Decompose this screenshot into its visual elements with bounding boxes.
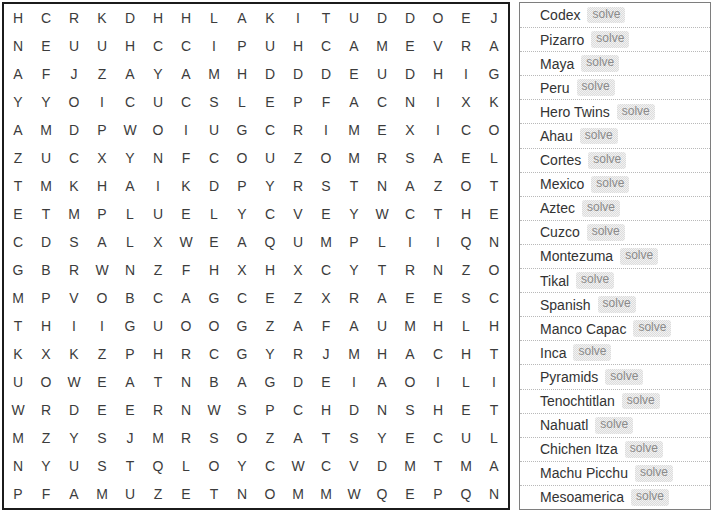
grid-cell[interactable]: H (172, 4, 200, 32)
grid-cell[interactable]: N (480, 228, 508, 256)
grid-cell[interactable]: U (368, 312, 396, 340)
grid-cell[interactable]: Z (256, 312, 284, 340)
grid-cell[interactable]: L (116, 200, 144, 228)
grid-cell[interactable]: A (284, 424, 312, 452)
grid-cell[interactable]: U (452, 424, 480, 452)
grid-cell[interactable]: H (4, 4, 32, 32)
grid-cell[interactable]: U (88, 32, 116, 60)
grid-cell[interactable]: B (32, 256, 60, 284)
grid-cell[interactable]: C (60, 144, 88, 172)
grid-cell[interactable]: X (88, 144, 116, 172)
grid-cell[interactable]: C (452, 116, 480, 144)
grid-cell[interactable]: H (368, 340, 396, 368)
solve-button[interactable]: solve (588, 152, 626, 169)
grid-cell[interactable]: Z (88, 60, 116, 88)
grid-cell[interactable]: L (200, 200, 228, 228)
grid-cell[interactable]: W (88, 256, 116, 284)
grid-cell[interactable]: C (200, 144, 228, 172)
grid-cell[interactable]: I (424, 116, 452, 144)
grid-cell[interactable]: H (424, 312, 452, 340)
solve-button[interactable]: solve (605, 369, 643, 386)
grid-cell[interactable]: K (60, 340, 88, 368)
grid-cell[interactable]: D (60, 116, 88, 144)
grid-cell[interactable]: Y (32, 88, 60, 116)
grid-cell[interactable]: R (172, 424, 200, 452)
grid-cell[interactable]: X (312, 284, 340, 312)
grid-cell[interactable]: V (424, 32, 452, 60)
grid-cell[interactable]: I (480, 368, 508, 396)
grid-cell[interactable]: C (144, 32, 172, 60)
grid-cell[interactable]: Z (32, 424, 60, 452)
grid-cell[interactable]: A (4, 60, 32, 88)
grid-cell[interactable]: M (200, 60, 228, 88)
grid-cell[interactable]: N (228, 480, 256, 508)
grid-cell[interactable]: U (256, 32, 284, 60)
grid-cell[interactable]: S (396, 144, 424, 172)
grid-cell[interactable]: X (32, 340, 60, 368)
grid-cell[interactable]: N (144, 144, 172, 172)
grid-cell[interactable]: J (60, 60, 88, 88)
grid-cell[interactable]: B (200, 368, 228, 396)
grid-cell[interactable]: U (256, 144, 284, 172)
grid-cell[interactable]: Z (452, 256, 480, 284)
grid-cell[interactable]: Q (452, 480, 480, 508)
grid-cell[interactable]: P (424, 480, 452, 508)
grid-cell[interactable]: E (172, 480, 200, 508)
grid-cell[interactable]: L (480, 144, 508, 172)
grid-cell[interactable]: D (368, 452, 396, 480)
grid-cell[interactable]: A (116, 172, 144, 200)
grid-cell[interactable]: H (424, 60, 452, 88)
grid-cell[interactable]: I (312, 116, 340, 144)
grid-cell[interactable]: D (60, 396, 88, 424)
grid-cell[interactable]: Q (368, 480, 396, 508)
grid-cell[interactable]: E (452, 4, 480, 32)
grid-cell[interactable]: R (172, 340, 200, 368)
grid-cell[interactable]: J (312, 340, 340, 368)
grid-cell[interactable]: P (88, 200, 116, 228)
grid-cell[interactable]: S (312, 172, 340, 200)
grid-cell[interactable]: Y (368, 424, 396, 452)
grid-cell[interactable]: T (4, 172, 32, 200)
solve-button[interactable]: solve (582, 200, 620, 217)
grid-cell[interactable]: H (144, 4, 172, 32)
grid-cell[interactable]: S (452, 284, 480, 312)
grid-cell[interactable]: E (88, 396, 116, 424)
grid-cell[interactable]: T (144, 368, 172, 396)
grid-cell[interactable]: C (228, 284, 256, 312)
grid-cell[interactable]: C (116, 88, 144, 116)
grid-cell[interactable]: M (88, 480, 116, 508)
grid-cell[interactable]: E (256, 88, 284, 116)
grid-cell[interactable]: F (32, 480, 60, 508)
grid-cell[interactable]: A (172, 60, 200, 88)
grid-cell[interactable]: W (284, 452, 312, 480)
grid-cell[interactable]: E (312, 368, 340, 396)
grid-cell[interactable]: K (256, 4, 284, 32)
grid-cell[interactable]: H (200, 256, 228, 284)
grid-cell[interactable]: U (340, 4, 368, 32)
grid-cell[interactable]: A (228, 4, 256, 32)
grid-cell[interactable]: C (480, 284, 508, 312)
grid-cell[interactable]: O (256, 480, 284, 508)
grid-cell[interactable]: N (4, 452, 32, 480)
grid-cell[interactable]: E (4, 200, 32, 228)
grid-cell[interactable]: I (424, 368, 452, 396)
grid-cell[interactable]: C (368, 88, 396, 116)
grid-cell[interactable]: M (4, 424, 32, 452)
grid-cell[interactable]: K (60, 172, 88, 200)
grid-cell[interactable]: D (284, 368, 312, 396)
grid-cell[interactable]: S (396, 396, 424, 424)
grid-cell[interactable]: M (60, 200, 88, 228)
grid-cell[interactable]: N (4, 32, 32, 60)
grid-cell[interactable]: D (368, 4, 396, 32)
grid-cell[interactable]: Y (60, 424, 88, 452)
grid-cell[interactable]: D (340, 396, 368, 424)
grid-cell[interactable]: Y (116, 144, 144, 172)
grid-cell[interactable]: E (396, 424, 424, 452)
grid-cell[interactable]: O (144, 116, 172, 144)
grid-cell[interactable]: Y (144, 60, 172, 88)
grid-cell[interactable]: Z (144, 256, 172, 284)
grid-cell[interactable]: E (88, 368, 116, 396)
grid-cell[interactable]: C (172, 32, 200, 60)
grid-cell[interactable]: N (368, 396, 396, 424)
grid-cell[interactable]: O (452, 172, 480, 200)
grid-cell[interactable]: L (228, 88, 256, 116)
grid-cell[interactable]: C (256, 452, 284, 480)
solve-button[interactable]: solve (591, 176, 629, 193)
grid-cell[interactable]: W (4, 396, 32, 424)
grid-cell[interactable]: A (480, 452, 508, 480)
solve-button[interactable]: solve (587, 224, 625, 241)
grid-cell[interactable]: C (172, 88, 200, 116)
grid-cell[interactable]: E (368, 116, 396, 144)
solve-button[interactable]: solve (598, 296, 636, 313)
grid-cell[interactable]: E (172, 200, 200, 228)
grid-cell[interactable]: O (172, 312, 200, 340)
solve-button[interactable]: solve (576, 272, 614, 289)
grid-cell[interactable]: D (32, 228, 60, 256)
grid-cell[interactable]: X (228, 256, 256, 284)
grid-cell[interactable]: M (368, 32, 396, 60)
grid-cell[interactable]: X (144, 228, 172, 256)
grid-cell[interactable]: L (172, 452, 200, 480)
grid-cell[interactable]: O (480, 256, 508, 284)
grid-cell[interactable]: Y (256, 340, 284, 368)
grid-cell[interactable]: L (368, 228, 396, 256)
grid-cell[interactable]: T (4, 312, 32, 340)
grid-cell[interactable]: A (4, 116, 32, 144)
grid-cell[interactable]: H (452, 200, 480, 228)
grid-cell[interactable]: H (116, 32, 144, 60)
grid-cell[interactable]: T (480, 172, 508, 200)
solve-button[interactable]: solve (620, 248, 658, 265)
grid-cell[interactable]: Z (284, 284, 312, 312)
grid-cell[interactable]: I (88, 312, 116, 340)
grid-cell[interactable]: Y (228, 452, 256, 480)
grid-cell[interactable]: U (32, 144, 60, 172)
grid-cell[interactable]: O (32, 368, 60, 396)
grid-cell[interactable]: T (32, 200, 60, 228)
grid-cell[interactable]: I (424, 228, 452, 256)
grid-cell[interactable]: X (284, 256, 312, 284)
grid-cell[interactable]: G (4, 256, 32, 284)
grid-cell[interactable]: D (256, 60, 284, 88)
grid-cell[interactable]: J (116, 424, 144, 452)
grid-cell[interactable]: T (340, 172, 368, 200)
letter-grid[interactable]: HCRKDHHLAKITUDDOEJNEUUHCCIPUHCAMEVRAAFJZ… (2, 2, 510, 510)
grid-cell[interactable]: H (480, 312, 508, 340)
solve-button[interactable]: solve (635, 465, 673, 482)
grid-cell[interactable]: L (116, 228, 144, 256)
grid-cell[interactable]: H (144, 340, 172, 368)
grid-cell[interactable]: H (88, 172, 116, 200)
grid-cell[interactable]: U (368, 60, 396, 88)
grid-cell[interactable]: T (312, 4, 340, 32)
grid-cell[interactable]: D (200, 172, 228, 200)
solve-button[interactable]: solve (577, 79, 615, 96)
grid-cell[interactable]: A (480, 32, 508, 60)
solve-button[interactable]: solve (587, 7, 625, 24)
grid-cell[interactable]: Q (256, 228, 284, 256)
grid-cell[interactable]: H (256, 256, 284, 284)
grid-cell[interactable]: U (144, 200, 172, 228)
grid-cell[interactable]: V (340, 452, 368, 480)
grid-cell[interactable]: Y (340, 200, 368, 228)
grid-cell[interactable]: A (424, 144, 452, 172)
grid-cell[interactable]: M (452, 452, 480, 480)
grid-cell[interactable]: M (284, 480, 312, 508)
grid-cell[interactable]: M (32, 116, 60, 144)
grid-cell[interactable]: R (60, 4, 88, 32)
grid-cell[interactable]: A (396, 340, 424, 368)
grid-cell[interactable]: E (312, 200, 340, 228)
grid-cell[interactable]: M (32, 172, 60, 200)
grid-cell[interactable]: C (144, 284, 172, 312)
grid-cell[interactable]: A (228, 228, 256, 256)
grid-cell[interactable]: F (312, 88, 340, 116)
grid-cell[interactable]: M (144, 424, 172, 452)
grid-cell[interactable]: R (144, 396, 172, 424)
grid-cell[interactable]: P (228, 172, 256, 200)
grid-cell[interactable]: Q (452, 228, 480, 256)
grid-cell[interactable]: Y (4, 88, 32, 116)
grid-cell[interactable]: R (452, 32, 480, 60)
grid-cell[interactable]: I (396, 228, 424, 256)
grid-cell[interactable]: M (340, 340, 368, 368)
grid-cell[interactable]: A (60, 480, 88, 508)
grid-cell[interactable]: T (368, 256, 396, 284)
grid-cell[interactable]: A (340, 312, 368, 340)
grid-cell[interactable]: S (88, 424, 116, 452)
grid-cell[interactable]: I (60, 312, 88, 340)
grid-cell[interactable]: L (452, 312, 480, 340)
grid-cell[interactable]: M (312, 228, 340, 256)
grid-cell[interactable]: M (340, 144, 368, 172)
grid-cell[interactable]: A (88, 228, 116, 256)
grid-cell[interactable]: L (452, 368, 480, 396)
grid-cell[interactable]: U (200, 116, 228, 144)
grid-cell[interactable]: T (424, 200, 452, 228)
grid-cell[interactable]: A (172, 284, 200, 312)
grid-cell[interactable]: R (60, 256, 88, 284)
solve-button[interactable]: solve (580, 128, 618, 145)
grid-cell[interactable]: W (200, 396, 228, 424)
grid-cell[interactable]: C (256, 116, 284, 144)
grid-cell[interactable]: L (200, 4, 228, 32)
grid-cell[interactable]: R (396, 256, 424, 284)
grid-cell[interactable]: O (228, 424, 256, 452)
grid-cell[interactable]: C (200, 340, 228, 368)
grid-cell[interactable]: H (452, 340, 480, 368)
grid-cell[interactable]: E (452, 396, 480, 424)
grid-cell[interactable]: Z (424, 172, 452, 200)
grid-cell[interactable]: S (228, 396, 256, 424)
grid-cell[interactable]: E (480, 200, 508, 228)
grid-cell[interactable]: I (284, 4, 312, 32)
grid-cell[interactable]: U (4, 368, 32, 396)
grid-cell[interactable]: C (4, 228, 32, 256)
grid-cell[interactable]: E (256, 284, 284, 312)
grid-cell[interactable]: P (340, 228, 368, 256)
grid-cell[interactable]: A (116, 60, 144, 88)
grid-cell[interactable]: V (60, 284, 88, 312)
grid-cell[interactable]: M (396, 312, 424, 340)
grid-cell[interactable]: T (200, 480, 228, 508)
grid-cell[interactable]: R (368, 144, 396, 172)
grid-cell[interactable]: S (88, 452, 116, 480)
grid-cell[interactable]: N (172, 368, 200, 396)
grid-cell[interactable]: G (256, 368, 284, 396)
grid-cell[interactable]: U (60, 452, 88, 480)
grid-cell[interactable]: Z (256, 424, 284, 452)
grid-cell[interactable]: R (284, 172, 312, 200)
grid-cell[interactable]: Y (340, 256, 368, 284)
grid-cell[interactable]: G (228, 116, 256, 144)
grid-cell[interactable]: M (396, 452, 424, 480)
grid-cell[interactable]: W (60, 368, 88, 396)
grid-cell[interactable]: S (340, 424, 368, 452)
grid-cell[interactable]: P (116, 340, 144, 368)
grid-cell[interactable]: A (340, 88, 368, 116)
grid-cell[interactable]: T (480, 396, 508, 424)
grid-cell[interactable]: G (480, 60, 508, 88)
solve-button[interactable]: solve (595, 417, 633, 434)
grid-cell[interactable]: A (228, 368, 256, 396)
grid-cell[interactable]: W (340, 480, 368, 508)
grid-cell[interactable]: F (312, 312, 340, 340)
grid-cell[interactable]: F (172, 144, 200, 172)
grid-cell[interactable]: R (284, 340, 312, 368)
grid-cell[interactable]: S (60, 228, 88, 256)
grid-cell[interactable]: Y (228, 200, 256, 228)
grid-cell[interactable]: N (480, 480, 508, 508)
grid-cell[interactable]: N (396, 88, 424, 116)
grid-cell[interactable]: Z (284, 144, 312, 172)
grid-cell[interactable]: I (340, 368, 368, 396)
solve-button[interactable]: solve (625, 441, 663, 458)
grid-cell[interactable]: P (32, 284, 60, 312)
grid-cell[interactable]: T (312, 424, 340, 452)
grid-cell[interactable]: X (452, 88, 480, 116)
grid-cell[interactable]: G (116, 312, 144, 340)
grid-cell[interactable]: Q (144, 452, 172, 480)
grid-cell[interactable]: I (200, 32, 228, 60)
grid-cell[interactable]: I (88, 88, 116, 116)
grid-cell[interactable]: E (32, 32, 60, 60)
grid-cell[interactable]: K (88, 4, 116, 32)
solve-button[interactable]: solve (581, 55, 619, 72)
grid-cell[interactable]: O (424, 4, 452, 32)
grid-cell[interactable]: P (228, 32, 256, 60)
solve-button[interactable]: solve (573, 344, 611, 361)
solve-button[interactable]: solve (631, 489, 669, 506)
grid-cell[interactable]: A (368, 284, 396, 312)
grid-cell[interactable]: U (284, 228, 312, 256)
grid-cell[interactable]: E (396, 32, 424, 60)
grid-cell[interactable]: G (200, 284, 228, 312)
solve-button[interactable]: solve (633, 320, 671, 337)
grid-cell[interactable]: C (284, 396, 312, 424)
grid-cell[interactable]: O (88, 284, 116, 312)
grid-cell[interactable]: D (396, 4, 424, 32)
grid-cell[interactable]: I (172, 116, 200, 144)
grid-cell[interactable]: C (424, 340, 452, 368)
grid-cell[interactable]: C (424, 424, 452, 452)
grid-cell[interactable]: W (368, 200, 396, 228)
grid-cell[interactable]: G (228, 312, 256, 340)
grid-cell[interactable]: K (4, 340, 32, 368)
grid-cell[interactable]: Y (256, 172, 284, 200)
solve-button[interactable]: solve (591, 31, 629, 48)
grid-cell[interactable]: L (480, 424, 508, 452)
grid-cell[interactable]: K (480, 88, 508, 116)
grid-cell[interactable]: E (424, 284, 452, 312)
grid-cell[interactable]: H (228, 60, 256, 88)
grid-cell[interactable]: E (396, 284, 424, 312)
grid-cell[interactable]: R (340, 284, 368, 312)
grid-cell[interactable]: P (284, 88, 312, 116)
grid-cell[interactable]: U (144, 88, 172, 116)
grid-cell[interactable]: D (396, 60, 424, 88)
grid-cell[interactable]: E (452, 144, 480, 172)
grid-cell[interactable]: R (284, 116, 312, 144)
grid-cell[interactable]: C (396, 200, 424, 228)
grid-cell[interactable]: X (396, 116, 424, 144)
grid-cell[interactable]: C (312, 452, 340, 480)
grid-cell[interactable]: O (200, 312, 228, 340)
solve-button[interactable]: solve (622, 393, 660, 410)
grid-cell[interactable]: E (396, 480, 424, 508)
grid-cell[interactable]: W (172, 228, 200, 256)
grid-cell[interactable]: N (368, 172, 396, 200)
grid-cell[interactable]: F (172, 256, 200, 284)
grid-cell[interactable]: A (340, 32, 368, 60)
grid-cell[interactable]: S (200, 424, 228, 452)
grid-cell[interactable]: M (340, 116, 368, 144)
grid-cell[interactable]: U (144, 312, 172, 340)
grid-cell[interactable]: C (256, 200, 284, 228)
grid-cell[interactable]: D (284, 60, 312, 88)
grid-cell[interactable]: A (116, 368, 144, 396)
grid-cell[interactable]: T (424, 452, 452, 480)
grid-cell[interactable]: G (228, 340, 256, 368)
grid-cell[interactable]: T (116, 452, 144, 480)
grid-cell[interactable]: C (312, 32, 340, 60)
grid-cell[interactable]: B (116, 284, 144, 312)
